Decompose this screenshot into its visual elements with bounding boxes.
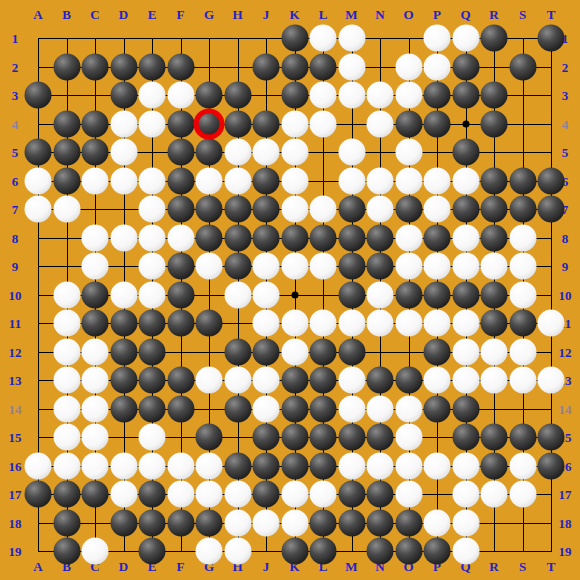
black-stone-B17 (53, 481, 80, 508)
black-stone-J17 (253, 481, 280, 508)
black-stone-H14 (224, 395, 251, 422)
white-stone-N16 (367, 452, 394, 479)
black-stone-S11 (509, 310, 536, 337)
black-stone-R6 (481, 167, 508, 194)
white-stone-L3 (310, 82, 337, 109)
white-stone-K12 (281, 338, 308, 365)
black-stone-M15 (338, 424, 365, 451)
black-stone-J12 (253, 338, 280, 365)
white-stone-E15 (139, 424, 166, 451)
coordinate-label-bottom-R: R (489, 560, 498, 573)
white-stone-N7 (367, 196, 394, 223)
white-stone-C19 (82, 538, 109, 565)
white-stone-K7 (281, 196, 308, 223)
white-stone-J10 (253, 281, 280, 308)
black-stone-L12 (310, 338, 337, 365)
white-stone-L11 (310, 310, 337, 337)
black-stone-N9 (367, 253, 394, 280)
black-stone-T6 (538, 167, 565, 194)
white-stone-M3 (338, 82, 365, 109)
coordinate-label-left-7: 7 (12, 203, 19, 216)
coordinate-label-left-5: 5 (12, 146, 19, 159)
white-stone-M1 (338, 25, 365, 52)
coordinate-label-top-S: S (519, 8, 526, 21)
black-stone-K3 (281, 82, 308, 109)
black-stone-O7 (395, 196, 422, 223)
white-stone-O3 (395, 82, 422, 109)
white-stone-L17 (310, 481, 337, 508)
black-stone-G5 (196, 139, 223, 166)
white-stone-O11 (395, 310, 422, 337)
white-stone-Q1 (452, 25, 479, 52)
white-stone-E4 (139, 110, 166, 137)
black-stone-P14 (424, 395, 451, 422)
white-stone-O6 (395, 167, 422, 194)
black-stone-T16 (538, 452, 565, 479)
black-stone-M17 (338, 481, 365, 508)
coordinate-label-top-L: L (319, 8, 328, 21)
white-stone-O2 (395, 53, 422, 80)
white-stone-J9 (253, 253, 280, 280)
black-stone-C17 (82, 481, 109, 508)
white-stone-G17 (196, 481, 223, 508)
white-stone-T13 (538, 367, 565, 394)
coordinate-label-bottom-J: J (263, 560, 270, 573)
black-stone-Q15 (452, 424, 479, 451)
white-stone-L4 (310, 110, 337, 137)
black-stone-L16 (310, 452, 337, 479)
black-stone-F2 (167, 53, 194, 80)
black-stone-F6 (167, 167, 194, 194)
black-stone-K19 (281, 538, 308, 565)
white-stone-B15 (53, 424, 80, 451)
black-stone-R4 (481, 110, 508, 137)
black-stone-Q10 (452, 281, 479, 308)
white-stone-C13 (82, 367, 109, 394)
black-stone-C4 (82, 110, 109, 137)
white-stone-E16 (139, 452, 166, 479)
star-point-Q4 (462, 120, 469, 127)
black-stone-G8 (196, 224, 223, 251)
black-stone-S2 (509, 53, 536, 80)
black-stone-M10 (338, 281, 365, 308)
black-stone-N19 (367, 538, 394, 565)
white-stone-B10 (53, 281, 80, 308)
white-stone-K11 (281, 310, 308, 337)
black-stone-E14 (139, 395, 166, 422)
white-stone-N14 (367, 395, 394, 422)
coordinate-label-right-5: 5 (562, 146, 569, 159)
black-stone-K2 (281, 53, 308, 80)
black-stone-O4 (395, 110, 422, 137)
white-stone-K9 (281, 253, 308, 280)
white-stone-M16 (338, 452, 365, 479)
black-stone-N18 (367, 509, 394, 536)
white-stone-N4 (367, 110, 394, 137)
black-stone-N8 (367, 224, 394, 251)
coordinate-label-bottom-A: A (33, 560, 42, 573)
white-stone-J5 (253, 139, 280, 166)
coordinate-label-top-G: G (204, 8, 214, 21)
black-stone-B5 (53, 139, 80, 166)
black-stone-D14 (110, 395, 137, 422)
white-stone-O16 (395, 452, 422, 479)
white-stone-L9 (310, 253, 337, 280)
black-stone-F13 (167, 367, 194, 394)
black-stone-E11 (139, 310, 166, 337)
white-stone-K4 (281, 110, 308, 137)
black-stone-A3 (25, 82, 52, 109)
black-stone-K13 (281, 367, 308, 394)
black-stone-B19 (53, 538, 80, 565)
white-stone-P2 (424, 53, 451, 80)
white-stone-M2 (338, 53, 365, 80)
coordinate-label-right-2: 2 (562, 60, 569, 73)
white-stone-Q6 (452, 167, 479, 194)
black-stone-J4 (253, 110, 280, 137)
black-stone-B4 (53, 110, 80, 137)
white-stone-L1 (310, 25, 337, 52)
white-stone-Q8 (452, 224, 479, 251)
black-stone-H7 (224, 196, 251, 223)
black-stone-P12 (424, 338, 451, 365)
black-stone-F11 (167, 310, 194, 337)
black-stone-J16 (253, 452, 280, 479)
black-stone-R15 (481, 424, 508, 451)
white-stone-G13 (196, 367, 223, 394)
white-stone-G6 (196, 167, 223, 194)
black-stone-R3 (481, 82, 508, 109)
black-stone-A5 (25, 139, 52, 166)
white-stone-B11 (53, 310, 80, 337)
coordinate-label-right-19: 19 (559, 545, 572, 558)
black-stone-L2 (310, 53, 337, 80)
white-stone-R9 (481, 253, 508, 280)
black-stone-C11 (82, 310, 109, 337)
white-stone-A7 (25, 196, 52, 223)
white-stone-J11 (253, 310, 280, 337)
coordinate-label-top-T: T (547, 8, 556, 21)
white-stone-G9 (196, 253, 223, 280)
black-stone-F14 (167, 395, 194, 422)
white-stone-H6 (224, 167, 251, 194)
white-stone-P6 (424, 167, 451, 194)
coordinate-label-left-11: 11 (9, 317, 21, 330)
white-stone-Q17 (452, 481, 479, 508)
black-stone-F4 (167, 110, 194, 137)
black-stone-R7 (481, 196, 508, 223)
black-stone-P10 (424, 281, 451, 308)
black-stone-F5 (167, 139, 194, 166)
black-stone-B2 (53, 53, 80, 80)
white-stone-N11 (367, 310, 394, 337)
coordinate-label-right-10: 10 (559, 288, 572, 301)
white-stone-B16 (53, 452, 80, 479)
black-stone-S6 (509, 167, 536, 194)
black-stone-E19 (139, 538, 166, 565)
black-stone-M12 (338, 338, 365, 365)
white-stone-E6 (139, 167, 166, 194)
black-stone-D11 (110, 310, 137, 337)
white-stone-M6 (338, 167, 365, 194)
black-stone-B6 (53, 167, 80, 194)
white-stone-C9 (82, 253, 109, 280)
coordinate-label-top-Q: Q (460, 8, 470, 21)
black-stone-G11 (196, 310, 223, 337)
black-stone-M18 (338, 509, 365, 536)
go-board[interactable]: AABBCCDDEEFFGGHHJJKKLLMMNNOOPPQQRRSSTT11… (0, 0, 580, 580)
black-stone-O18 (395, 509, 422, 536)
white-stone-G19 (196, 538, 223, 565)
black-stone-F7 (167, 196, 194, 223)
black-stone-F18 (167, 509, 194, 536)
coordinate-label-bottom-F: F (177, 560, 185, 573)
black-stone-P3 (424, 82, 451, 109)
white-stone-K5 (281, 139, 308, 166)
black-stone-Q5 (452, 139, 479, 166)
white-stone-M5 (338, 139, 365, 166)
white-stone-Q18 (452, 509, 479, 536)
coordinate-label-top-O: O (403, 8, 413, 21)
coordinate-label-top-N: N (375, 8, 384, 21)
white-stone-D8 (110, 224, 137, 251)
coordinate-label-left-4: 4 (12, 117, 19, 130)
black-stone-R8 (481, 224, 508, 251)
black-stone-Q3 (452, 82, 479, 109)
coordinate-label-left-16: 16 (9, 459, 22, 472)
white-stone-Q9 (452, 253, 479, 280)
black-stone-T15 (538, 424, 565, 451)
black-stone-D12 (110, 338, 137, 365)
black-stone-D13 (110, 367, 137, 394)
coordinate-label-top-P: P (433, 8, 441, 21)
coordinate-label-right-14: 14 (559, 402, 572, 415)
black-stone-P4 (424, 110, 451, 137)
coordinate-label-bottom-T: T (547, 560, 556, 573)
black-stone-N17 (367, 481, 394, 508)
white-stone-H13 (224, 367, 251, 394)
black-stone-A17 (25, 481, 52, 508)
white-stone-D5 (110, 139, 137, 166)
star-point-K10 (291, 291, 298, 298)
white-stone-S9 (509, 253, 536, 280)
white-stone-M11 (338, 310, 365, 337)
coordinate-label-left-17: 17 (9, 488, 22, 501)
black-stone-E13 (139, 367, 166, 394)
white-stone-O9 (395, 253, 422, 280)
black-stone-E12 (139, 338, 166, 365)
coordinate-label-left-19: 19 (9, 545, 22, 558)
white-stone-B14 (53, 395, 80, 422)
white-stone-Q19 (452, 538, 479, 565)
white-stone-G16 (196, 452, 223, 479)
coordinate-label-left-6: 6 (12, 174, 19, 187)
white-stone-Q16 (452, 452, 479, 479)
white-stone-A16 (25, 452, 52, 479)
black-stone-H16 (224, 452, 251, 479)
black-stone-F10 (167, 281, 194, 308)
black-stone-E18 (139, 509, 166, 536)
white-stone-S10 (509, 281, 536, 308)
white-stone-B7 (53, 196, 80, 223)
white-stone-D6 (110, 167, 137, 194)
white-stone-H17 (224, 481, 251, 508)
white-stone-C8 (82, 224, 109, 251)
white-stone-S17 (509, 481, 536, 508)
white-stone-C15 (82, 424, 109, 451)
white-stone-P13 (424, 367, 451, 394)
coordinate-label-right-8: 8 (562, 231, 569, 244)
white-stone-C16 (82, 452, 109, 479)
black-stone-J2 (253, 53, 280, 80)
black-stone-R1 (481, 25, 508, 52)
white-stone-P1 (424, 25, 451, 52)
black-stone-R11 (481, 310, 508, 337)
white-stone-H18 (224, 509, 251, 536)
black-stone-J15 (253, 424, 280, 451)
black-stone-F9 (167, 253, 194, 280)
white-stone-L7 (310, 196, 337, 223)
black-stone-P19 (424, 538, 451, 565)
black-stone-N13 (367, 367, 394, 394)
white-stone-D17 (110, 481, 137, 508)
white-stone-S13 (509, 367, 536, 394)
black-stone-K16 (281, 452, 308, 479)
black-stone-B18 (53, 509, 80, 536)
black-stone-O10 (395, 281, 422, 308)
coordinate-label-top-R: R (489, 8, 498, 21)
white-stone-D4 (110, 110, 137, 137)
white-stone-F3 (167, 82, 194, 109)
coordinate-label-left-12: 12 (9, 345, 22, 358)
white-stone-O17 (395, 481, 422, 508)
black-stone-Q2 (452, 53, 479, 80)
white-stone-D16 (110, 452, 137, 479)
coordinate-label-left-14: 14 (9, 402, 22, 415)
white-stone-P11 (424, 310, 451, 337)
black-stone-H12 (224, 338, 251, 365)
coordinate-label-right-12: 12 (559, 345, 572, 358)
black-stone-E2 (139, 53, 166, 80)
black-stone-H4 (224, 110, 251, 137)
white-stone-D10 (110, 281, 137, 308)
white-stone-K17 (281, 481, 308, 508)
white-stone-E10 (139, 281, 166, 308)
coordinate-label-top-J: J (263, 8, 270, 21)
coordinate-label-bottom-S: S (519, 560, 526, 573)
coordinate-label-left-9: 9 (12, 260, 19, 273)
white-stone-N6 (367, 167, 394, 194)
white-stone-C6 (82, 167, 109, 194)
coordinate-label-right-9: 9 (562, 260, 569, 273)
black-stone-Q14 (452, 395, 479, 422)
black-stone-T1 (538, 25, 565, 52)
white-stone-M13 (338, 367, 365, 394)
black-stone-R10 (481, 281, 508, 308)
white-stone-J18 (253, 509, 280, 536)
white-stone-R12 (481, 338, 508, 365)
coordinate-label-left-15: 15 (9, 431, 22, 444)
coordinate-label-left-13: 13 (9, 374, 22, 387)
white-stone-C14 (82, 395, 109, 422)
white-stone-O8 (395, 224, 422, 251)
white-stone-E8 (139, 224, 166, 251)
black-stone-J8 (253, 224, 280, 251)
white-stone-E7 (139, 196, 166, 223)
black-stone-C2 (82, 53, 109, 80)
white-stone-N3 (367, 82, 394, 109)
black-stone-G18 (196, 509, 223, 536)
white-stone-J13 (253, 367, 280, 394)
black-stone-L8 (310, 224, 337, 251)
white-stone-P16 (424, 452, 451, 479)
white-stone-H10 (224, 281, 251, 308)
black-stone-K14 (281, 395, 308, 422)
white-stone-R13 (481, 367, 508, 394)
white-stone-K6 (281, 167, 308, 194)
coordinate-label-right-4: 4 (562, 117, 569, 130)
black-stone-Q7 (452, 196, 479, 223)
coordinate-label-left-10: 10 (9, 288, 22, 301)
coordinate-label-top-M: M (345, 8, 357, 21)
white-stone-S12 (509, 338, 536, 365)
white-stone-C12 (82, 338, 109, 365)
coordinate-label-right-3: 3 (562, 89, 569, 102)
coordinate-label-bottom-M: M (345, 560, 357, 573)
black-stone-D2 (110, 53, 137, 80)
black-stone-M9 (338, 253, 365, 280)
coordinate-label-top-E: E (148, 8, 157, 21)
white-stone-N10 (367, 281, 394, 308)
coordinate-label-left-8: 8 (12, 231, 19, 244)
white-stone-P7 (424, 196, 451, 223)
black-stone-M8 (338, 224, 365, 251)
white-stone-F8 (167, 224, 194, 251)
black-stone-J6 (253, 167, 280, 194)
black-stone-L18 (310, 509, 337, 536)
black-stone-L13 (310, 367, 337, 394)
coordinate-label-top-B: B (62, 8, 71, 21)
black-stone-K8 (281, 224, 308, 251)
black-stone-G15 (196, 424, 223, 451)
white-stone-S8 (509, 224, 536, 251)
white-stone-O5 (395, 139, 422, 166)
coordinate-label-top-D: D (119, 8, 128, 21)
black-stone-H9 (224, 253, 251, 280)
white-stone-O14 (395, 395, 422, 422)
coordinate-label-top-F: F (177, 8, 185, 21)
coordinate-label-right-18: 18 (559, 516, 572, 529)
white-stone-A6 (25, 167, 52, 194)
black-stone-H3 (224, 82, 251, 109)
white-stone-H5 (224, 139, 251, 166)
coordinate-label-bottom-D: D (119, 560, 128, 573)
white-stone-K18 (281, 509, 308, 536)
black-stone-K1 (281, 25, 308, 52)
white-stone-F16 (167, 452, 194, 479)
white-stone-J14 (253, 395, 280, 422)
white-stone-F17 (167, 481, 194, 508)
white-stone-S16 (509, 452, 536, 479)
black-stone-G7 (196, 196, 223, 223)
black-stone-G3 (196, 82, 223, 109)
black-stone-M7 (338, 196, 365, 223)
white-stone-Q12 (452, 338, 479, 365)
coordinate-label-left-2: 2 (12, 60, 19, 73)
black-stone-D18 (110, 509, 137, 536)
black-stone-R16 (481, 452, 508, 479)
black-stone-L14 (310, 395, 337, 422)
